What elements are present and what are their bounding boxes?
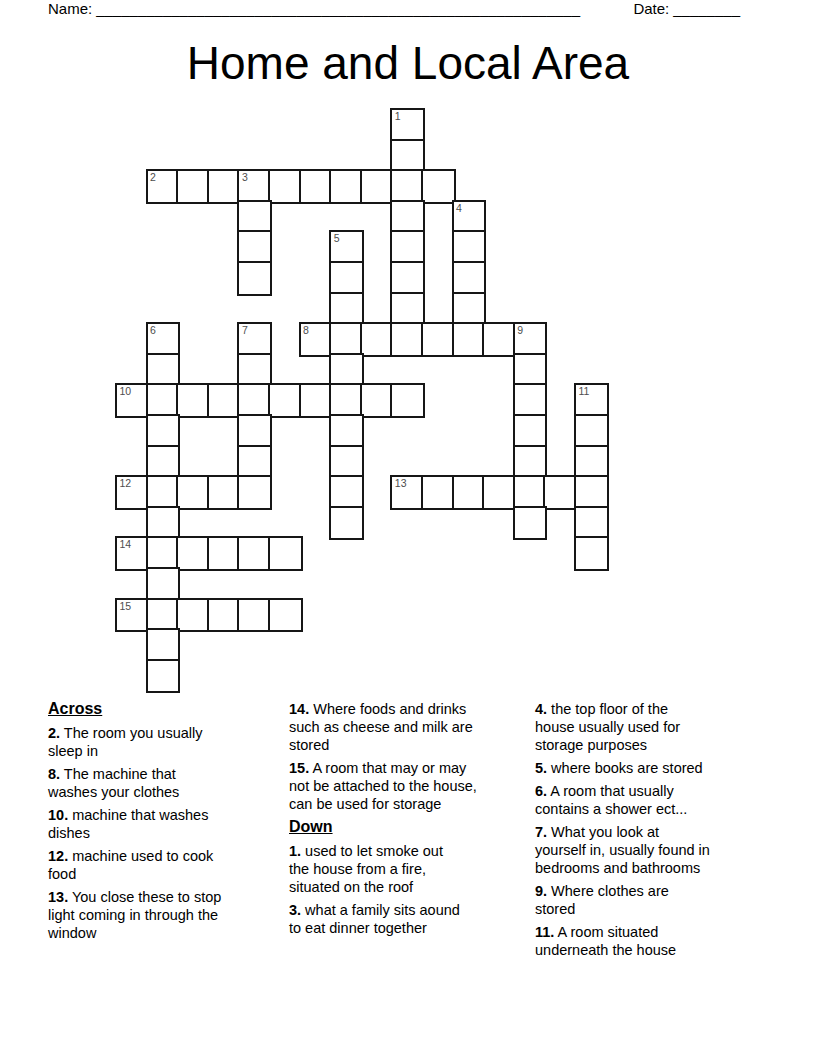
grid-cell-r10c1[interactable] (148, 416, 179, 447)
clue-across-12: 12. machine used to cook food (48, 847, 276, 883)
clue-across-2: 2. The room you usually sleep in (48, 724, 276, 760)
grid-cell-r11c4[interactable] (239, 447, 270, 478)
grid-cell-r7c11[interactable] (454, 324, 485, 355)
grid-cell-r2c6[interactable] (301, 171, 332, 202)
clue-down-5: 5. where books are stored (535, 759, 775, 777)
grid-cell-r12c2[interactable] (178, 477, 209, 508)
grid-cell-r10c4[interactable] (239, 416, 270, 447)
grid-cell-r3c4[interactable] (239, 202, 270, 233)
grid-cell-r12c0[interactable]: 12 (117, 477, 148, 508)
across-clues-part1: 2. The room you usually sleep in8. The m… (48, 724, 276, 942)
grid-cell-r2c4[interactable]: 3 (239, 171, 270, 202)
grid-cell-r7c8[interactable] (362, 324, 393, 355)
grid-number-11: 11 (578, 385, 589, 397)
grid-cell-r12c4[interactable] (239, 477, 270, 508)
grid-cell-r7c12[interactable] (484, 324, 515, 355)
grid-cell-r9c7[interactable] (331, 385, 362, 416)
grid-cell-r5c11[interactable] (454, 263, 485, 294)
grid-cell-r7c13[interactable]: 9 (515, 324, 546, 355)
grid-cell-r9c4[interactable] (239, 385, 270, 416)
grid-cell-r14c15[interactable] (576, 538, 607, 569)
grid-cell-r2c10[interactable] (423, 171, 454, 202)
grid-cell-r6c7[interactable] (331, 294, 362, 325)
grid-cell-r2c7[interactable] (331, 171, 362, 202)
grid-number-3: 3 (242, 171, 248, 183)
grid-cell-r2c8[interactable] (362, 171, 393, 202)
clue-down-11: 11. A room situated underneath the house (535, 923, 775, 959)
clue-across-8: 8. The machine that washes your clothes (48, 765, 276, 801)
grid-cell-r13c7[interactable] (331, 508, 362, 539)
grid-cell-r9c3[interactable] (209, 385, 240, 416)
grid-cell-r17c1[interactable] (148, 630, 179, 661)
grid-cell-r8c1[interactable] (148, 355, 179, 386)
grid-cell-r14c4[interactable] (239, 538, 270, 569)
grid-cell-r5c4[interactable] (239, 263, 270, 294)
grid-cell-r2c2[interactable] (178, 171, 209, 202)
grid-cell-r8c7[interactable] (331, 355, 362, 386)
across-heading: Across (48, 700, 276, 718)
down-clues-part2: 4. the top floor of the house usually us… (535, 700, 775, 959)
grid-cell-r13c15[interactable] (576, 508, 607, 539)
grid-cell-r9c1[interactable] (148, 385, 179, 416)
clue-column-middle: 14. Where foods and drinks such as chees… (289, 700, 534, 942)
clue-column-across: Across 2. The room you usually sleep in8… (48, 700, 276, 947)
clue-across-10: 10. machine that washes dishes (48, 806, 276, 842)
grid-number-14: 14 (120, 538, 132, 550)
grid-cell-r11c13[interactable] (515, 447, 546, 478)
grid-cell-r11c15[interactable] (576, 447, 607, 478)
grid-cell-r9c0[interactable]: 10 (117, 385, 148, 416)
grid-cell-r6c11[interactable] (454, 294, 485, 325)
grid-cell-r12c7[interactable] (331, 477, 362, 508)
grid-cell-r10c7[interactable] (331, 416, 362, 447)
grid-number-7: 7 (242, 324, 248, 336)
grid-cell-r16c0[interactable]: 15 (117, 600, 148, 631)
worksheet-header: Name: __________________________________… (48, 0, 740, 19)
grid-cell-r8c4[interactable] (239, 355, 270, 386)
clue-down-3: 3. what a family sits aound to eat dinne… (289, 901, 534, 937)
date-blank-line[interactable]: ________ (673, 0, 740, 19)
grid-cell-r11c1[interactable] (148, 447, 179, 478)
grid-cell-r14c0[interactable]: 14 (117, 538, 148, 569)
grid-cell-r2c3[interactable] (209, 171, 240, 202)
name-label: Name: (48, 0, 92, 19)
grid-cell-r12c12[interactable] (484, 477, 515, 508)
grid-number-2: 2 (150, 171, 156, 183)
clue-across-13: 13. You close these to stop light coming… (48, 888, 276, 942)
grid-number-9: 9 (517, 324, 523, 336)
grid-cell-r12c13[interactable] (515, 477, 546, 508)
down-heading: Down (289, 818, 534, 836)
down-clues-part1: 1. used to let smoke out the house from … (289, 842, 534, 937)
grid-cell-r1c9[interactable] (392, 141, 423, 172)
grid-cell-r11c7[interactable] (331, 447, 362, 478)
grid-cell-r9c13[interactable] (515, 385, 546, 416)
grid-number-5: 5 (334, 232, 340, 244)
grid-cell-r16c3[interactable] (209, 600, 240, 631)
clue-across-14: 14. Where foods and drinks such as chees… (289, 700, 534, 754)
grid-cell-r4c11[interactable] (454, 232, 485, 263)
grid-cell-r9c6[interactable] (301, 385, 332, 416)
grid-cell-r13c1[interactable] (148, 508, 179, 539)
grid-cell-r7c7[interactable] (331, 324, 362, 355)
grid-number-12: 12 (120, 477, 132, 489)
grid-number-6: 6 (150, 324, 156, 336)
grid-cell-r9c5[interactable] (270, 385, 301, 416)
grid-cell-r2c5[interactable] (270, 171, 301, 202)
grid-number-1: 1 (395, 110, 401, 122)
grid-number-4: 4 (456, 202, 462, 214)
grid-cell-r12c15[interactable] (576, 477, 607, 508)
name-blank-line[interactable]: ________________________________________… (96, 0, 580, 19)
clue-column-down: 4. the top floor of the house usually us… (535, 700, 775, 964)
grid-cell-r5c7[interactable] (331, 263, 362, 294)
clue-down-9: 9. Where clothes are stored (535, 882, 775, 918)
grid-cell-r9c15[interactable]: 11 (576, 385, 607, 416)
crossword-grid: 123456789101112131415 (117, 110, 607, 691)
grid-cell-r16c1[interactable] (148, 600, 179, 631)
grid-cell-r9c9[interactable] (392, 385, 423, 416)
grid-cell-r13c13[interactable] (515, 508, 546, 539)
grid-cell-r7c9[interactable] (392, 324, 423, 355)
grid-cell-r4c9[interactable] (392, 232, 423, 263)
grid-cell-r7c6[interactable]: 8 (301, 324, 332, 355)
grid-cell-r9c2[interactable] (178, 385, 209, 416)
grid-cell-r16c5[interactable] (270, 600, 301, 631)
grid-cell-r7c1[interactable]: 6 (148, 324, 179, 355)
grid-cell-r15c1[interactable] (148, 569, 179, 600)
grid-cell-r3c11[interactable]: 4 (454, 202, 485, 233)
grid-cell-r12c9[interactable]: 13 (392, 477, 423, 508)
grid-cell-r16c2[interactable] (178, 600, 209, 631)
grid-cell-r12c10[interactable] (423, 477, 454, 508)
puzzle-title: Home and Local Area (0, 36, 816, 90)
clue-across-15: 15. A room that may or may not be attach… (289, 759, 534, 813)
clue-down-7: 7. What you look at yourself in, usually… (535, 823, 775, 877)
grid-cell-r8c13[interactable] (515, 355, 546, 386)
grid-cell-r6c9[interactable] (392, 294, 423, 325)
grid-cell-r10c15[interactable] (576, 416, 607, 447)
grid-cell-r14c2[interactable] (178, 538, 209, 569)
across-clues-part2: 14. Where foods and drinks such as chees… (289, 700, 534, 813)
grid-cell-r18c1[interactable] (148, 661, 179, 692)
grid-number-10: 10 (120, 385, 132, 397)
grid-number-8: 8 (303, 324, 309, 336)
grid-cell-r3c9[interactable] (392, 202, 423, 233)
date-label: Date: (633, 0, 669, 19)
grid-cell-r5c9[interactable] (392, 263, 423, 294)
grid-cell-r4c4[interactable] (239, 232, 270, 263)
grid-cell-r12c1[interactable] (148, 477, 179, 508)
grid-cell-r0c9[interactable]: 1 (392, 110, 423, 141)
grid-cell-r7c4[interactable]: 7 (239, 324, 270, 355)
grid-cell-r7c10[interactable] (423, 324, 454, 355)
grid-cell-r12c11[interactable] (454, 477, 485, 508)
clue-down-4: 4. the top floor of the house usually us… (535, 700, 775, 754)
grid-cell-r12c14[interactable] (545, 477, 576, 508)
clue-down-6: 6. A room that usually contains a shower… (535, 782, 775, 818)
grid-cell-r14c1[interactable] (148, 538, 179, 569)
grid-cell-r2c9[interactable] (392, 171, 423, 202)
grid-cell-r9c8[interactable] (362, 385, 393, 416)
grid-number-13: 13 (395, 477, 407, 489)
grid-number-15: 15 (120, 600, 132, 612)
clue-down-1: 1. used to let smoke out the house from … (289, 842, 534, 896)
grid-cell-r14c3[interactable] (209, 538, 240, 569)
crossword-worksheet: Name: __________________________________… (0, 0, 816, 1056)
grid-cell-r16c4[interactable] (239, 600, 270, 631)
grid-cell-r10c13[interactable] (515, 416, 546, 447)
grid-cell-r14c5[interactable] (270, 538, 301, 569)
grid-cell-r4c7[interactable]: 5 (331, 232, 362, 263)
grid-cell-r2c1[interactable]: 2 (148, 171, 179, 202)
grid-cell-r12c3[interactable] (209, 477, 240, 508)
